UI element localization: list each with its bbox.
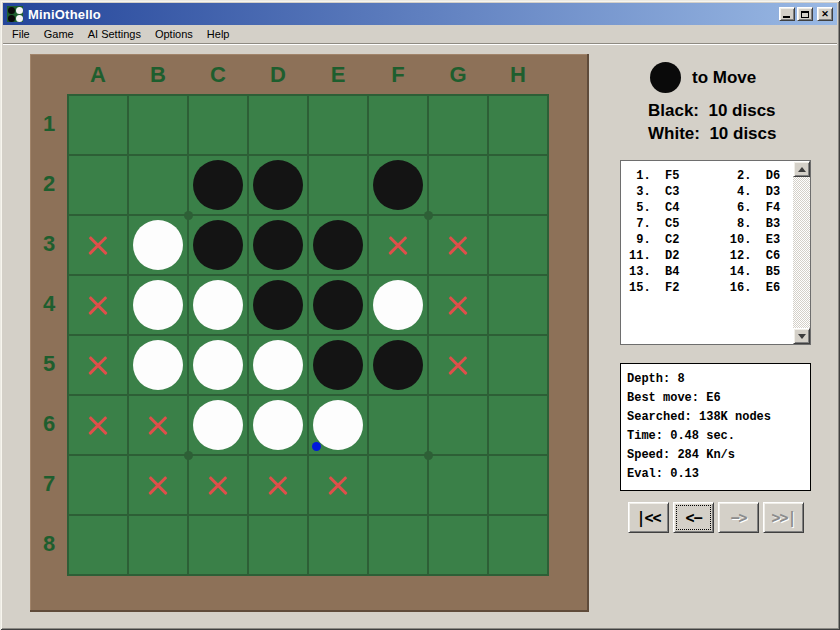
white-disc xyxy=(133,280,183,330)
menu-bar: FileGameAI SettingsOptionsHelp xyxy=(3,25,837,42)
legal-move-marker xyxy=(86,353,110,377)
col-label-B: B xyxy=(128,54,188,95)
cell-H3[interactable] xyxy=(489,216,547,274)
cell-D7[interactable] xyxy=(249,456,307,514)
board-grid xyxy=(67,94,549,576)
black-disc xyxy=(193,220,243,270)
analysis-line: Time: 0.48 sec. xyxy=(627,427,804,446)
move-list-row: 11. D2 12. C6 xyxy=(629,248,790,264)
cell-B1[interactable] xyxy=(129,96,187,154)
cell-E2[interactable] xyxy=(309,156,367,214)
cell-D4[interactable] xyxy=(249,276,307,334)
star-point xyxy=(424,451,433,460)
cell-H2[interactable] xyxy=(489,156,547,214)
move-list-row: 1. F5 2. D6 xyxy=(629,168,790,184)
to-move-disc xyxy=(650,62,681,93)
star-point xyxy=(184,451,193,460)
cell-D1[interactable] xyxy=(249,96,307,154)
cell-A7[interactable] xyxy=(69,456,127,514)
white-disc-count: White: 10 discs xyxy=(648,124,776,144)
cell-D3[interactable] xyxy=(249,216,307,274)
cell-H8[interactable] xyxy=(489,516,547,574)
cell-A4[interactable] xyxy=(69,276,127,334)
menu-game[interactable]: Game xyxy=(37,26,81,42)
close-button[interactable]: ✕ xyxy=(817,7,833,21)
black-disc xyxy=(373,340,423,390)
cell-C3[interactable] xyxy=(189,216,247,274)
app-window: MiniOthello ✕ FileGameAI SettingsOptions… xyxy=(0,0,840,630)
col-label-F: F xyxy=(368,54,428,95)
cell-C2[interactable] xyxy=(189,156,247,214)
legal-move-marker xyxy=(206,473,230,497)
cell-C4[interactable] xyxy=(189,276,247,334)
cell-E3[interactable] xyxy=(309,216,367,274)
star-point xyxy=(424,211,433,220)
cell-A2[interactable] xyxy=(69,156,127,214)
legal-move-marker xyxy=(266,473,290,497)
menu-divider xyxy=(3,43,837,45)
star-point xyxy=(184,211,193,220)
black-disc xyxy=(313,280,363,330)
cell-B6[interactable] xyxy=(129,396,187,454)
scroll-up-icon xyxy=(798,167,806,172)
col-label-E: E xyxy=(308,54,368,95)
cell-B8[interactable] xyxy=(129,516,187,574)
legal-move-marker xyxy=(446,233,470,257)
cell-B3[interactable] xyxy=(129,216,187,274)
nav-back-button[interactable]: <− xyxy=(673,502,714,533)
cell-G6[interactable] xyxy=(429,396,487,454)
close-icon: ✕ xyxy=(821,10,829,19)
cell-F4[interactable] xyxy=(369,276,427,334)
move-list-scrollbar[interactable] xyxy=(793,161,810,344)
cell-G5[interactable] xyxy=(429,336,487,394)
analysis-line: Searched: 138K nodes xyxy=(627,408,804,427)
row-label-7: 7 xyxy=(30,454,68,514)
analysis-line: Eval: 0.13 xyxy=(627,465,804,484)
othello-board: ABCDEFGH 12345678 xyxy=(30,54,589,612)
scroll-down-button[interactable] xyxy=(793,328,810,344)
cell-G4[interactable] xyxy=(429,276,487,334)
nav-first-button[interactable]: |<< xyxy=(628,502,669,533)
cell-F7[interactable] xyxy=(369,456,427,514)
col-label-C: C xyxy=(188,54,248,95)
black-disc xyxy=(313,220,363,270)
legal-move-marker xyxy=(86,293,110,317)
minimize-button[interactable] xyxy=(779,7,795,21)
cell-F2[interactable] xyxy=(369,156,427,214)
black-disc xyxy=(253,280,303,330)
cell-C8[interactable] xyxy=(189,516,247,574)
analysis-line: Depth: 8 xyxy=(627,370,804,389)
legal-move-marker xyxy=(326,473,350,497)
cell-A3[interactable] xyxy=(69,216,127,274)
cell-D5[interactable] xyxy=(249,336,307,394)
move-list-row: 13. B4 14. B5 xyxy=(629,264,790,280)
menu-file[interactable]: File xyxy=(5,26,37,42)
cell-G7[interactable] xyxy=(429,456,487,514)
window-title: MiniOthello xyxy=(28,7,101,22)
cell-G1[interactable] xyxy=(429,96,487,154)
white-disc xyxy=(373,280,423,330)
legal-move-marker xyxy=(146,413,170,437)
cell-H5[interactable] xyxy=(489,336,547,394)
move-list-row: 3. C3 4. D3 xyxy=(629,184,790,200)
cell-F5[interactable] xyxy=(369,336,427,394)
row-label-4: 4 xyxy=(30,274,68,334)
white-disc xyxy=(193,340,243,390)
white-disc xyxy=(133,220,183,270)
legal-move-marker xyxy=(86,233,110,257)
analysis-line: Best move: E6 xyxy=(627,389,804,408)
black-disc xyxy=(253,220,303,270)
cell-H4[interactable] xyxy=(489,276,547,334)
cell-C5[interactable] xyxy=(189,336,247,394)
cell-C7[interactable] xyxy=(189,456,247,514)
row-label-2: 2 xyxy=(30,154,68,214)
move-list-row: 15. F2 16. E6 xyxy=(629,280,790,296)
cell-E7[interactable] xyxy=(309,456,367,514)
move-list-row: 7. C5 8. B3 xyxy=(629,216,790,232)
scroll-down-icon xyxy=(798,334,806,339)
nav-forward-button: −> xyxy=(718,502,759,533)
row-label-8: 8 xyxy=(30,514,68,574)
cell-E5[interactable] xyxy=(309,336,367,394)
black-disc xyxy=(253,160,303,210)
legal-move-marker xyxy=(86,413,110,437)
black-disc xyxy=(373,160,423,210)
black-disc-count: Black: 10 discs xyxy=(648,101,776,121)
cell-A1[interactable] xyxy=(69,96,127,154)
maximize-button[interactable] xyxy=(797,7,813,21)
maximize-icon xyxy=(801,11,809,18)
cell-B2[interactable] xyxy=(129,156,187,214)
cell-G3[interactable] xyxy=(429,216,487,274)
app-icon xyxy=(7,6,23,22)
row-label-6: 6 xyxy=(30,394,68,454)
cell-F8[interactable] xyxy=(369,516,427,574)
white-disc xyxy=(313,400,363,450)
cell-D8[interactable] xyxy=(249,516,307,574)
cell-B7[interactable] xyxy=(129,456,187,514)
cell-B4[interactable] xyxy=(129,276,187,334)
white-disc xyxy=(133,340,183,390)
cell-D2[interactable] xyxy=(249,156,307,214)
menu-help[interactable]: Help xyxy=(200,26,237,42)
white-disc xyxy=(193,280,243,330)
cell-E8[interactable] xyxy=(309,516,367,574)
row-label-3: 3 xyxy=(30,214,68,274)
analysis-line: Speed: 284 Kn/s xyxy=(627,446,804,465)
black-disc xyxy=(313,340,363,390)
move-list-row: 5. C4 6. F4 xyxy=(629,200,790,216)
white-disc xyxy=(193,400,243,450)
cell-A6[interactable] xyxy=(69,396,127,454)
cell-H6[interactable] xyxy=(489,396,547,454)
row-label-5: 5 xyxy=(30,334,68,394)
nav-last-button: >>| xyxy=(763,502,804,533)
legal-move-marker xyxy=(386,233,410,257)
col-label-D: D xyxy=(248,54,308,95)
title-bar[interactable]: MiniOthello ✕ xyxy=(3,3,837,25)
legal-move-marker xyxy=(146,473,170,497)
cell-E1[interactable] xyxy=(309,96,367,154)
minimize-icon xyxy=(783,16,790,18)
cell-H7[interactable] xyxy=(489,456,547,514)
move-list-lines: 1. F5 2. D6 3. C3 4. D3 5. C4 6. F4 7. C… xyxy=(629,168,790,296)
move-list-row: 9. C2 10. E3 xyxy=(629,232,790,248)
col-label-H: H xyxy=(488,54,548,95)
to-move-label: to Move xyxy=(692,68,756,88)
last-move-marker xyxy=(312,442,321,451)
cell-H1[interactable] xyxy=(489,96,547,154)
col-label-A: A xyxy=(68,54,128,95)
move-list[interactable]: 1. F5 2. D6 3. C3 4. D3 5. C4 6. F4 7. C… xyxy=(620,160,811,345)
column-labels: ABCDEFGH xyxy=(68,54,548,95)
black-disc xyxy=(193,160,243,210)
col-label-G: G xyxy=(428,54,488,95)
white-disc xyxy=(253,400,303,450)
legal-move-marker xyxy=(446,353,470,377)
cell-E6[interactable] xyxy=(309,396,367,454)
cell-G8[interactable] xyxy=(429,516,487,574)
menu-ai-settings[interactable]: AI Settings xyxy=(81,26,148,42)
cell-C6[interactable] xyxy=(189,396,247,454)
cell-F3[interactable] xyxy=(369,216,427,274)
row-labels: 12345678 xyxy=(30,94,68,576)
menu-options[interactable]: Options xyxy=(148,26,200,42)
legal-move-marker xyxy=(446,293,470,317)
row-label-1: 1 xyxy=(30,94,68,154)
cell-G2[interactable] xyxy=(429,156,487,214)
cell-B5[interactable] xyxy=(129,336,187,394)
cell-C1[interactable] xyxy=(189,96,247,154)
white-disc xyxy=(253,340,303,390)
cell-F1[interactable] xyxy=(369,96,427,154)
scroll-up-button[interactable] xyxy=(793,161,810,177)
cell-A5[interactable] xyxy=(69,336,127,394)
cell-E4[interactable] xyxy=(309,276,367,334)
cell-D6[interactable] xyxy=(249,396,307,454)
cell-A8[interactable] xyxy=(69,516,127,574)
cell-F6[interactable] xyxy=(369,396,427,454)
engine-analysis-panel: Depth: 8Best move: E6Searched: 138K node… xyxy=(620,363,811,491)
